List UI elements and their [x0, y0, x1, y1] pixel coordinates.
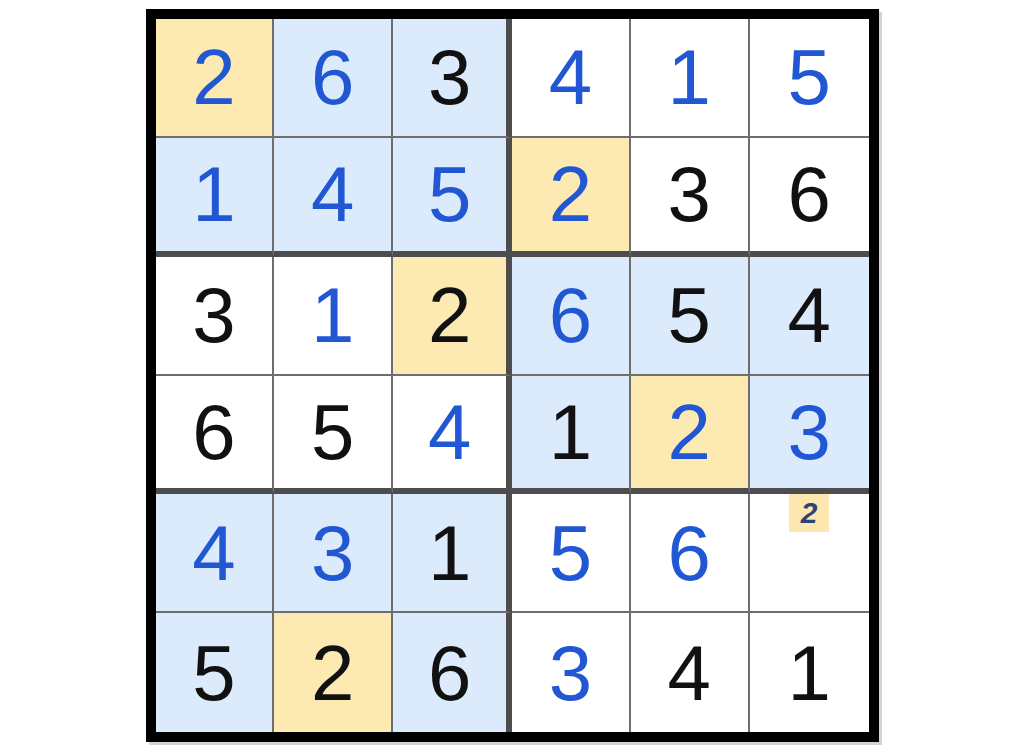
cell-value: 2: [549, 155, 592, 233]
cell-r4c6[interactable]: 3: [750, 376, 869, 495]
cell-r6c5[interactable]: 4: [631, 613, 750, 732]
cell-value: 6: [549, 276, 592, 354]
cell-r5c4[interactable]: 5: [512, 494, 631, 613]
cell-r1c3[interactable]: 3: [393, 19, 512, 138]
cell-value: 1: [787, 634, 830, 712]
cell-r3c3[interactable]: 2: [393, 257, 512, 376]
cell-r3c2[interactable]: 1: [274, 257, 393, 376]
cell-r3c4[interactable]: 6: [512, 257, 631, 376]
cell-r6c3[interactable]: 6: [393, 613, 512, 732]
cell-value: 5: [428, 155, 471, 233]
cell-r5c6[interactable]: 2: [750, 494, 869, 613]
cell-r4c5[interactable]: 2: [631, 376, 750, 495]
cell-r4c3[interactable]: 4: [393, 376, 512, 495]
cell-r5c5[interactable]: 6: [631, 494, 750, 613]
cell-r2c4[interactable]: 2: [512, 138, 631, 257]
cell-value: 1: [311, 276, 354, 354]
cell-value: 3: [549, 634, 592, 712]
cell-value: 3: [668, 155, 711, 233]
cell-value: 5: [787, 38, 830, 116]
cell-value: 4: [787, 276, 830, 354]
cell-value: 1: [668, 38, 711, 116]
cell-r3c5[interactable]: 5: [631, 257, 750, 376]
cell-r5c3[interactable]: 1: [393, 494, 512, 613]
cell-value: 4: [668, 634, 711, 712]
cell-r3c1[interactable]: 3: [156, 257, 275, 376]
cell-r6c6[interactable]: 1: [750, 613, 869, 732]
cell-r3c6[interactable]: 4: [750, 257, 869, 376]
cell-r6c4[interactable]: 3: [512, 613, 631, 732]
cell-value: 2: [428, 276, 471, 354]
cell-r2c1[interactable]: 1: [156, 138, 275, 257]
cell-value: 6: [668, 514, 711, 592]
cell-r5c1[interactable]: 4: [156, 494, 275, 613]
cell-r2c3[interactable]: 5: [393, 138, 512, 257]
cell-value: 4: [428, 393, 471, 471]
cell-value: 2: [192, 38, 235, 116]
cell-value: 6: [787, 155, 830, 233]
cell-value: 4: [192, 514, 235, 592]
cell-value: 1: [192, 155, 235, 233]
cell-r4c4[interactable]: 1: [512, 376, 631, 495]
cell-r2c5[interactable]: 3: [631, 138, 750, 257]
cell-value: 3: [311, 514, 354, 592]
cell-value: 5: [549, 514, 592, 592]
cell-value: 5: [311, 393, 354, 471]
cell-r4c1[interactable]: 6: [156, 376, 275, 495]
cell-value: 6: [311, 38, 354, 116]
cell-r2c2[interactable]: 4: [274, 138, 393, 257]
cell-value: 4: [549, 38, 592, 116]
cell-r1c2[interactable]: 6: [274, 19, 393, 138]
cell-r1c1[interactable]: 2: [156, 19, 275, 138]
pencil-note: 2: [789, 494, 829, 532]
cell-r2c6[interactable]: 6: [750, 138, 869, 257]
cell-r6c2[interactable]: 2: [274, 613, 393, 732]
cell-value: 1: [428, 514, 471, 592]
cell-r1c5[interactable]: 1: [631, 19, 750, 138]
cell-value: 3: [428, 38, 471, 116]
cell-value: 5: [192, 634, 235, 712]
cell-value: 2: [311, 634, 354, 712]
cell-r1c6[interactable]: 5: [750, 19, 869, 138]
cell-value: 3: [787, 393, 830, 471]
cell-value: 3: [192, 276, 235, 354]
cell-value: 6: [428, 634, 471, 712]
cell-value: 1: [549, 393, 592, 471]
cell-r4c2[interactable]: 5: [274, 376, 393, 495]
cell-value: 2: [668, 393, 711, 471]
cell-value: 5: [668, 276, 711, 354]
cell-r6c1[interactable]: 5: [156, 613, 275, 732]
sudoku-board: 263415145236312654654123431562526341: [146, 9, 879, 742]
cell-value: 6: [192, 393, 235, 471]
cell-r1c4[interactable]: 4: [512, 19, 631, 138]
cell-r5c2[interactable]: 3: [274, 494, 393, 613]
cell-value: 4: [311, 155, 354, 233]
